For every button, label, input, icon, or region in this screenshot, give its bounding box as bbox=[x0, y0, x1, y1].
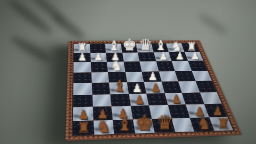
square-a8: ♜ bbox=[209, 116, 233, 130]
square-d1: ♛ bbox=[136, 44, 153, 53]
model-viewport[interactable]: ♜♝♚♛♝♞♜♟♟♟♟♟♟♞♟♝♟♟♟♟♟♟♟♟♟♜♞♝♚♛♞♜ bbox=[0, 0, 256, 144]
square-e1: ♚ bbox=[121, 44, 138, 53]
square-f3: ♞ bbox=[107, 62, 125, 72]
white-knight-f3: ♞ bbox=[110, 59, 122, 73]
square-h8: ♜ bbox=[73, 120, 94, 135]
square-a4 bbox=[191, 70, 212, 81]
brown-knight-g8: ♞ bbox=[97, 118, 112, 134]
square-b8: ♞ bbox=[190, 117, 214, 131]
square-e8: ♚ bbox=[132, 119, 154, 134]
brown-rook-a8: ♜ bbox=[217, 116, 230, 131]
board: ♜♝♚♛♝♞♜♟♟♟♟♟♟♞♟♝♟♟♟♟♟♟♟♟♟♜♞♝♚♛♞♜ bbox=[73, 43, 233, 135]
square-h5 bbox=[73, 83, 92, 95]
white-pawn-a2: ♟ bbox=[191, 51, 200, 61]
brown-king-e8: ♚ bbox=[135, 112, 154, 133]
square-a2: ♟ bbox=[184, 52, 203, 61]
square-a3 bbox=[188, 61, 208, 71]
square-d8: ♛ bbox=[152, 118, 175, 133]
brown-pawn-d5: ♟ bbox=[150, 82, 160, 93]
square-b6 bbox=[182, 92, 204, 104]
brown-knight-b8: ♞ bbox=[197, 115, 211, 131]
square-g6 bbox=[92, 94, 112, 107]
square-a5 bbox=[195, 81, 216, 92]
white-pawn-e5: ♟ bbox=[132, 82, 142, 93]
square-a6 bbox=[199, 92, 221, 104]
brown-bishop-f5: ♝ bbox=[112, 79, 126, 95]
white-pawn-b2: ♟ bbox=[175, 51, 184, 61]
board-frame: ♜♝♚♛♝♞♜♟♟♟♟♟♟♞♟♝♟♟♟♟♟♟♟♟♟♜♞♝♚♛♞♜ bbox=[66, 40, 242, 141]
white-king-e1: ♚ bbox=[122, 36, 137, 52]
white-pawn-h2: ♟ bbox=[77, 52, 86, 62]
brown-bishop-f8: ♝ bbox=[117, 116, 133, 134]
white-queen-d1: ♛ bbox=[139, 37, 153, 52]
brown-rook-h8: ♜ bbox=[76, 120, 90, 135]
square-e6: ♟ bbox=[128, 93, 149, 106]
square-h6 bbox=[73, 94, 92, 107]
square-b3 bbox=[172, 61, 191, 71]
square-b4 bbox=[175, 71, 195, 82]
square-h4 bbox=[73, 72, 91, 83]
square-f5: ♝ bbox=[109, 82, 128, 94]
square-h3 bbox=[74, 62, 91, 72]
brown-pawn-c6: ♟ bbox=[171, 93, 182, 105]
square-f8: ♝ bbox=[113, 119, 135, 134]
square-g8: ♞ bbox=[93, 120, 114, 135]
brown-queen-d8: ♛ bbox=[156, 113, 174, 133]
white-pawn-g2: ♟ bbox=[94, 52, 103, 62]
white-pawn-c2: ♟ bbox=[159, 51, 168, 61]
square-g4 bbox=[91, 72, 109, 83]
brown-pawn-e6: ♟ bbox=[134, 94, 145, 106]
scene-3d: ♜♝♚♛♝♞♜♟♟♟♟♟♟♞♟♝♟♟♟♟♟♟♟♟♟♜♞♝♚♛♞♜ bbox=[0, 0, 256, 144]
